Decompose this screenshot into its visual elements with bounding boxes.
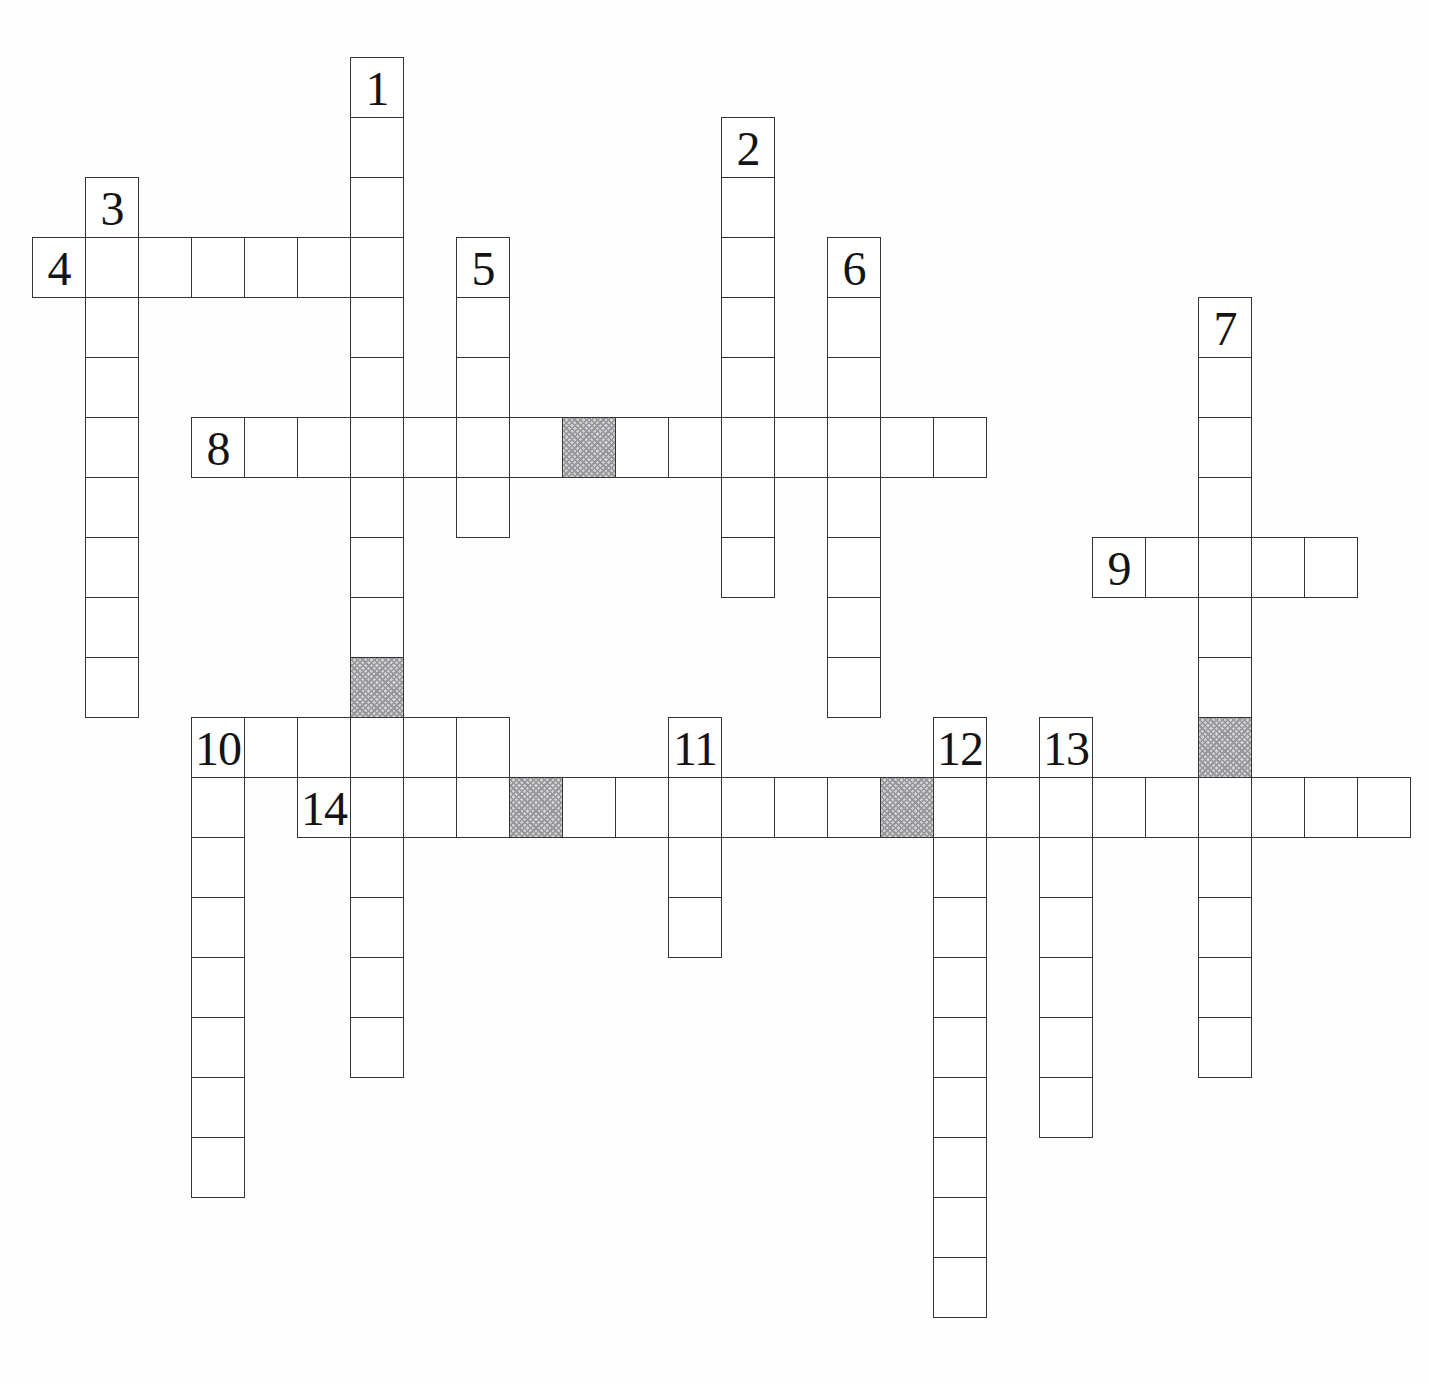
- cell-r17-c19[interactable]: [1039, 1077, 1093, 1138]
- cell-r1-c13[interactable]: 2: [721, 117, 775, 178]
- cell-r7-c6[interactable]: [350, 477, 404, 538]
- cell-r11-c8[interactable]: [456, 717, 510, 778]
- cell-r6-c14[interactable]: [774, 417, 828, 478]
- cell-r15-c22[interactable]: [1198, 957, 1252, 1018]
- cell-r4-c6[interactable]: [350, 297, 404, 358]
- cell-r6-c15[interactable]: [827, 417, 881, 478]
- cell-r14-c12[interactable]: [668, 897, 722, 958]
- cell-r6-c1[interactable]: [85, 417, 139, 478]
- clue-number-11: 11: [673, 725, 717, 773]
- cell-r2-c6[interactable]: [350, 177, 404, 238]
- cell-r4-c13[interactable]: [721, 297, 775, 358]
- cell-r7-c8[interactable]: [456, 477, 510, 538]
- cell-r9-c22[interactable]: [1198, 597, 1252, 658]
- cell-r13-c22[interactable]: [1198, 837, 1252, 898]
- clue-number-13: 13: [1043, 725, 1089, 773]
- cell-r6-c8[interactable]: [456, 417, 510, 478]
- clue-number-1: 1: [366, 65, 389, 113]
- cell-r3-c15[interactable]: 6: [827, 237, 881, 298]
- clue-number-8: 8: [207, 425, 230, 473]
- cell-r3-c0[interactable]: 4: [32, 237, 86, 298]
- cell-r6-c17[interactable]: [933, 417, 987, 478]
- shaded-cell-r11-c22[interactable]: [1198, 717, 1252, 778]
- cell-r3-c2[interactable]: [138, 237, 192, 298]
- cell-r11-c6[interactable]: [350, 717, 404, 778]
- cell-r4-c8[interactable]: [456, 297, 510, 358]
- cell-r3-c4[interactable]: [244, 237, 298, 298]
- cell-r16-c17[interactable]: [933, 1017, 987, 1078]
- cell-r11-c4[interactable]: [244, 717, 298, 778]
- cell-r2-c1[interactable]: 3: [85, 177, 139, 238]
- cell-r11-c5[interactable]: [297, 717, 351, 778]
- clue-number-6: 6: [843, 245, 866, 293]
- cell-r3-c8[interactable]: 5: [456, 237, 510, 298]
- cell-r17-c17[interactable]: [933, 1077, 987, 1138]
- clue-number-9: 9: [1108, 545, 1131, 593]
- cell-r12-c15[interactable]: [827, 777, 881, 838]
- shaded-cell-r12-c16[interactable]: [880, 777, 934, 838]
- cell-r12-c23[interactable]: [1251, 777, 1305, 838]
- cell-r18-c17[interactable]: [933, 1137, 987, 1198]
- cell-r5-c22[interactable]: [1198, 357, 1252, 418]
- cell-r6-c11[interactable]: [615, 417, 669, 478]
- cell-r12-c14[interactable]: [774, 777, 828, 838]
- cell-r17-c3[interactable]: [191, 1077, 245, 1138]
- cell-r16-c19[interactable]: [1039, 1017, 1093, 1078]
- cell-r7-c15[interactable]: [827, 477, 881, 538]
- cell-r3-c6[interactable]: [350, 237, 404, 298]
- clue-number-10: 10: [195, 725, 241, 773]
- cell-r12-c18[interactable]: [986, 777, 1040, 838]
- cell-r14-c3[interactable]: [191, 897, 245, 958]
- cell-r12-c7[interactable]: [403, 777, 457, 838]
- cell-r3-c13[interactable]: [721, 237, 775, 298]
- cell-r13-c19[interactable]: [1039, 837, 1093, 898]
- cell-r5-c1[interactable]: [85, 357, 139, 418]
- cell-r12-c11[interactable]: [615, 777, 669, 838]
- cell-r5-c8[interactable]: [456, 357, 510, 418]
- cell-r14-c17[interactable]: [933, 897, 987, 958]
- cell-r12-c3[interactable]: [191, 777, 245, 838]
- cell-r5-c6[interactable]: [350, 357, 404, 418]
- cell-r20-c17[interactable]: [933, 1257, 987, 1318]
- cell-r10-c15[interactable]: [827, 657, 881, 718]
- cell-r15-c6[interactable]: [350, 957, 404, 1018]
- cell-r4-c22[interactable]: 7: [1198, 297, 1252, 358]
- cell-r5-c13[interactable]: [721, 357, 775, 418]
- cell-r6-c22[interactable]: [1198, 417, 1252, 478]
- cell-r8-c23[interactable]: [1251, 537, 1305, 598]
- cell-r6-c12[interactable]: [668, 417, 722, 478]
- cell-r0-c6[interactable]: 1: [350, 57, 404, 118]
- cell-r6-c13[interactable]: [721, 417, 775, 478]
- cell-r8-c20[interactable]: 9: [1092, 537, 1146, 598]
- cell-r12-c22[interactable]: [1198, 777, 1252, 838]
- cell-r11-c7[interactable]: [403, 717, 457, 778]
- cell-r13-c12[interactable]: [668, 837, 722, 898]
- clue-number-2: 2: [737, 125, 760, 173]
- cell-r15-c19[interactable]: [1039, 957, 1093, 1018]
- cell-r1-c6[interactable]: [350, 117, 404, 178]
- cell-r8-c1[interactable]: [85, 537, 139, 598]
- cell-r12-c25[interactable]: [1357, 777, 1411, 838]
- cell-r12-c5[interactable]: 14: [297, 777, 351, 838]
- clue-number-4: 4: [48, 245, 71, 293]
- cell-r3-c5[interactable]: [297, 237, 351, 298]
- cell-r12-c12[interactable]: [668, 777, 722, 838]
- cell-r7-c13[interactable]: [721, 477, 775, 538]
- cell-r9-c15[interactable]: [827, 597, 881, 658]
- cell-r4-c15[interactable]: [827, 297, 881, 358]
- cell-r11-c12[interactable]: 11: [668, 717, 722, 778]
- cell-r6-c16[interactable]: [880, 417, 934, 478]
- cell-r16-c22[interactable]: [1198, 1017, 1252, 1078]
- cell-r12-c20[interactable]: [1092, 777, 1146, 838]
- cell-r8-c21[interactable]: [1145, 537, 1199, 598]
- cell-r13-c17[interactable]: [933, 837, 987, 898]
- cell-r10-c1[interactable]: [85, 657, 139, 718]
- cell-r18-c3[interactable]: [191, 1137, 245, 1198]
- clue-number-7: 7: [1214, 305, 1237, 353]
- crossword-grid: 1234567891011121314: [0, 0, 1429, 1384]
- cell-r8-c15[interactable]: [827, 537, 881, 598]
- cell-r11-c17[interactable]: 12: [933, 717, 987, 778]
- cell-r10-c22[interactable]: [1198, 657, 1252, 718]
- cell-r9-c1[interactable]: [85, 597, 139, 658]
- cell-r11-c3[interactable]: 10: [191, 717, 245, 778]
- cell-r3-c3[interactable]: [191, 237, 245, 298]
- cell-r8-c22[interactable]: [1198, 537, 1252, 598]
- scanned-puzzle-page: 1234567891011121314: [0, 0, 1429, 1384]
- cell-r6-c4[interactable]: [244, 417, 298, 478]
- clue-number-3: 3: [101, 185, 124, 233]
- cell-r13-c3[interactable]: [191, 837, 245, 898]
- cell-r11-c19[interactable]: 13: [1039, 717, 1093, 778]
- cell-r12-c24[interactable]: [1304, 777, 1358, 838]
- cell-r6-c9[interactable]: [509, 417, 563, 478]
- cell-r12-c17[interactable]: [933, 777, 987, 838]
- shaded-cell-r12-c9[interactable]: [509, 777, 563, 838]
- clue-number-5: 5: [472, 245, 495, 293]
- cell-r4-c1[interactable]: [85, 297, 139, 358]
- cell-r15-c17[interactable]: [933, 957, 987, 1018]
- cell-r14-c6[interactable]: [350, 897, 404, 958]
- cell-r8-c6[interactable]: [350, 537, 404, 598]
- cell-r16-c3[interactable]: [191, 1017, 245, 1078]
- cell-r12-c10[interactable]: [562, 777, 616, 838]
- cell-r16-c6[interactable]: [350, 1017, 404, 1078]
- cell-r8-c13[interactable]: [721, 537, 775, 598]
- cell-r12-c21[interactable]: [1145, 777, 1199, 838]
- cell-r12-c8[interactable]: [456, 777, 510, 838]
- cell-r7-c22[interactable]: [1198, 477, 1252, 538]
- clue-number-12: 12: [937, 725, 983, 773]
- cell-r7-c1[interactable]: [85, 477, 139, 538]
- cell-r2-c13[interactable]: [721, 177, 775, 238]
- shaded-cell-r6-c10[interactable]: [562, 417, 616, 478]
- cell-r14-c19[interactable]: [1039, 897, 1093, 958]
- cell-r15-c3[interactable]: [191, 957, 245, 1018]
- cell-r6-c5[interactable]: [297, 417, 351, 478]
- cell-r12-c6[interactable]: [350, 777, 404, 838]
- cell-r6-c3[interactable]: 8: [191, 417, 245, 478]
- cell-r19-c17[interactable]: [933, 1197, 987, 1258]
- cell-r5-c15[interactable]: [827, 357, 881, 418]
- clue-number-14: 14: [301, 785, 347, 833]
- cell-r9-c6[interactable]: [350, 597, 404, 658]
- cell-r6-c7[interactable]: [403, 417, 457, 478]
- cell-r6-c6[interactable]: [350, 417, 404, 478]
- shaded-cell-r10-c6[interactable]: [350, 657, 404, 718]
- cell-r14-c22[interactable]: [1198, 897, 1252, 958]
- cell-r13-c6[interactable]: [350, 837, 404, 898]
- cell-r8-c24[interactable]: [1304, 537, 1358, 598]
- cell-r12-c13[interactable]: [721, 777, 775, 838]
- cell-r12-c19[interactable]: [1039, 777, 1093, 838]
- cell-r3-c1[interactable]: [85, 237, 139, 298]
